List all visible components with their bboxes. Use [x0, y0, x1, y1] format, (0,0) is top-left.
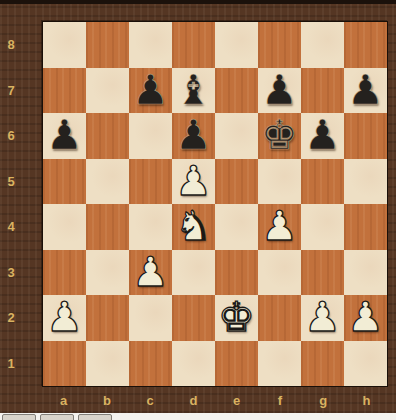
- square-d8[interactable]: [172, 22, 215, 68]
- square-b4[interactable]: [86, 204, 129, 250]
- square-h5[interactable]: [344, 159, 387, 205]
- rank-label-3: 3: [0, 250, 22, 296]
- piece-white-pawn: ♟: [132, 252, 169, 293]
- square-c3[interactable]: ♟: [129, 250, 172, 296]
- square-b7[interactable]: [86, 68, 129, 114]
- file-label-h: h: [345, 393, 388, 408]
- file-labels: abcdefgh: [42, 388, 388, 413]
- rank-label-7: 7: [0, 68, 22, 114]
- rank-label-1: 1: [0, 341, 22, 387]
- square-g4[interactable]: [301, 204, 344, 250]
- square-h6[interactable]: [344, 113, 387, 159]
- square-f4[interactable]: ♟: [258, 204, 301, 250]
- square-e3[interactable]: [215, 250, 258, 296]
- square-a5[interactable]: [43, 159, 86, 205]
- square-g7[interactable]: [301, 68, 344, 114]
- square-f1[interactable]: [258, 341, 301, 387]
- piece-white-pawn: ♟: [261, 206, 298, 247]
- bottom-toolbar: [0, 413, 396, 420]
- rank-labels: 87654321: [0, 22, 42, 386]
- file-label-g: g: [302, 393, 345, 408]
- square-f2[interactable]: [258, 295, 301, 341]
- square-f5[interactable]: [258, 159, 301, 205]
- rank-label-5: 5: [0, 159, 22, 205]
- square-b1[interactable]: [86, 341, 129, 387]
- board-frame: 87654321 ♟♝♟♟♟♟♚♟♟♞♟♟♟♚♟♟ abcdefgh: [0, 4, 396, 413]
- rank-label-2: 2: [0, 295, 22, 341]
- piece-white-pawn: ♟: [347, 297, 384, 338]
- file-label-e: e: [215, 393, 258, 408]
- piece-white-pawn: ♟: [304, 297, 341, 338]
- square-b5[interactable]: [86, 159, 129, 205]
- square-c4[interactable]: [129, 204, 172, 250]
- toolbar-button-3[interactable]: [78, 414, 112, 420]
- square-b8[interactable]: [86, 22, 129, 68]
- chess-app-window: 87654321 ♟♝♟♟♟♟♚♟♟♞♟♟♟♚♟♟ abcdefgh: [0, 0, 396, 420]
- piece-black-pawn: ♟: [175, 115, 212, 156]
- square-h4[interactable]: [344, 204, 387, 250]
- square-d6[interactable]: ♟: [172, 113, 215, 159]
- square-g2[interactable]: ♟: [301, 295, 344, 341]
- piece-white-pawn: ♟: [46, 297, 83, 338]
- square-b3[interactable]: [86, 250, 129, 296]
- piece-black-pawn: ♟: [46, 115, 83, 156]
- square-f6[interactable]: ♚: [258, 113, 301, 159]
- file-label-d: d: [172, 393, 215, 408]
- square-a3[interactable]: [43, 250, 86, 296]
- piece-black-pawn: ♟: [347, 70, 384, 111]
- square-e2[interactable]: ♚: [215, 295, 258, 341]
- square-e8[interactable]: [215, 22, 258, 68]
- square-e5[interactable]: [215, 159, 258, 205]
- square-a1[interactable]: [43, 341, 86, 387]
- square-e7[interactable]: [215, 68, 258, 114]
- square-d4[interactable]: ♞: [172, 204, 215, 250]
- square-d2[interactable]: [172, 295, 215, 341]
- file-label-c: c: [129, 393, 172, 408]
- piece-black-pawn: ♟: [132, 70, 169, 111]
- toolbar-button-1[interactable]: [2, 414, 36, 420]
- piece-white-knight: ♞: [175, 206, 212, 247]
- square-d3[interactable]: [172, 250, 215, 296]
- square-h7[interactable]: ♟: [344, 68, 387, 114]
- square-d1[interactable]: [172, 341, 215, 387]
- square-h3[interactable]: [344, 250, 387, 296]
- square-e6[interactable]: [215, 113, 258, 159]
- square-c7[interactable]: ♟: [129, 68, 172, 114]
- square-e1[interactable]: [215, 341, 258, 387]
- square-f7[interactable]: ♟: [258, 68, 301, 114]
- piece-white-pawn: ♟: [175, 161, 212, 202]
- square-g5[interactable]: [301, 159, 344, 205]
- rank-label-4: 4: [0, 204, 22, 250]
- file-label-b: b: [85, 393, 128, 408]
- piece-black-pawn: ♟: [261, 70, 298, 111]
- square-g6[interactable]: ♟: [301, 113, 344, 159]
- piece-white-king: ♚: [218, 297, 255, 338]
- square-c8[interactable]: [129, 22, 172, 68]
- square-b2[interactable]: [86, 295, 129, 341]
- chess-board: ♟♝♟♟♟♟♚♟♟♞♟♟♟♚♟♟: [42, 21, 388, 387]
- toolbar-button-2[interactable]: [40, 414, 74, 420]
- file-label-a: a: [42, 393, 85, 408]
- square-f8[interactable]: [258, 22, 301, 68]
- square-d7[interactable]: ♝: [172, 68, 215, 114]
- square-g8[interactable]: [301, 22, 344, 68]
- piece-black-pawn: ♟: [304, 115, 341, 156]
- square-a6[interactable]: ♟: [43, 113, 86, 159]
- square-c6[interactable]: [129, 113, 172, 159]
- square-c5[interactable]: [129, 159, 172, 205]
- square-d5[interactable]: ♟: [172, 159, 215, 205]
- rank-label-6: 6: [0, 113, 22, 159]
- square-a4[interactable]: [43, 204, 86, 250]
- square-e4[interactable]: [215, 204, 258, 250]
- square-g3[interactable]: [301, 250, 344, 296]
- file-label-f: f: [258, 393, 301, 408]
- square-c2[interactable]: [129, 295, 172, 341]
- square-a7[interactable]: [43, 68, 86, 114]
- piece-black-bishop: ♝: [175, 70, 212, 111]
- square-f3[interactable]: [258, 250, 301, 296]
- square-h1[interactable]: [344, 341, 387, 387]
- square-a8[interactable]: [43, 22, 86, 68]
- piece-black-king: ♚: [261, 115, 298, 156]
- square-b6[interactable]: [86, 113, 129, 159]
- square-c1[interactable]: [129, 341, 172, 387]
- square-h8[interactable]: [344, 22, 387, 68]
- rank-label-8: 8: [0, 22, 22, 68]
- square-h2[interactable]: ♟: [344, 295, 387, 341]
- square-g1[interactable]: [301, 341, 344, 387]
- square-a2[interactable]: ♟: [43, 295, 86, 341]
